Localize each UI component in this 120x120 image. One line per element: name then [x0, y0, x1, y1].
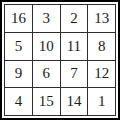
cell-r1c3: 8: [88, 33, 115, 60]
cell-r1c1: 10: [33, 33, 60, 60]
cell-r2c2: 7: [61, 61, 88, 88]
cell-r3c1: 15: [33, 88, 60, 115]
magic-square-frame: 16 3 2 13 5 10 11 8 9 6 7 12 4 15 14 1: [0, 0, 120, 120]
cell-r2c3: 12: [88, 61, 115, 88]
cell-r3c2: 14: [61, 88, 88, 115]
cell-r0c0: 16: [5, 5, 32, 32]
cell-r2c1: 6: [33, 61, 60, 88]
cell-r0c3: 13: [88, 5, 115, 32]
cell-r3c0: 4: [5, 88, 32, 115]
magic-square-grid: 16 3 2 13 5 10 11 8 9 6 7 12 4 15 14 1: [4, 4, 116, 116]
cell-r3c3: 1: [88, 88, 115, 115]
cell-r0c2: 2: [61, 5, 88, 32]
cell-r2c0: 9: [5, 61, 32, 88]
cell-r1c2: 11: [61, 33, 88, 60]
cell-r1c0: 5: [5, 33, 32, 60]
cell-r0c1: 3: [33, 5, 60, 32]
